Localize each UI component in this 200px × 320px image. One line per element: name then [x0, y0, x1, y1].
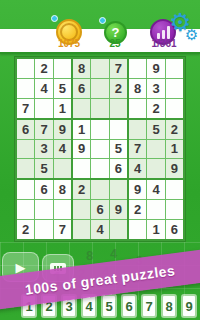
sudoku-cell-r7c6[interactable] — [110, 180, 127, 199]
sudoku-cell-r8c3[interactable] — [54, 200, 71, 219]
sudoku-cell-r2c4[interactable]: 6 — [73, 79, 90, 98]
sudoku-cell-r3c5[interactable] — [91, 99, 108, 118]
sudoku-cell-r2c9[interactable] — [166, 79, 183, 98]
sudoku-cell-r4c1[interactable]: 6 — [17, 120, 34, 139]
promo-faint-digit: 4 — [110, 246, 117, 261]
sudoku-cell-r4c3[interactable]: 9 — [54, 120, 71, 139]
sudoku-cell-r2c5[interactable] — [91, 79, 108, 98]
sudoku-cell-r4c7[interactable] — [129, 120, 146, 139]
hints-count: 25 — [95, 38, 135, 50]
sudoku-cell-r2c3[interactable]: 5 — [54, 79, 71, 98]
sudoku-block-4: 1956 — [73, 120, 127, 179]
numpad-key-8[interactable]: 8 — [161, 294, 177, 318]
sudoku-cell-r6c5[interactable] — [91, 159, 108, 178]
add-hints-badge — [99, 17, 106, 24]
sudoku-cell-r7c5[interactable] — [91, 180, 108, 199]
sudoku-cell-r4c5[interactable] — [91, 120, 108, 139]
sudoku-cell-r9c4[interactable] — [73, 220, 90, 239]
sudoku-block-7: 2694 — [73, 180, 127, 239]
sudoku-block-5: 527149 — [129, 120, 183, 179]
sudoku-cell-r8c6[interactable]: 9 — [110, 200, 127, 219]
sudoku-cell-r7c4[interactable]: 2 — [73, 180, 90, 199]
sudoku-cell-r8c4[interactable] — [73, 200, 90, 219]
sudoku-cell-r5c1[interactable] — [17, 140, 34, 159]
coins-count: 1075 — [45, 38, 93, 50]
sudoku-cell-r2c1[interactable] — [17, 79, 34, 98]
sudoku-cell-r6c6[interactable]: 6 — [110, 159, 127, 178]
puzzle-progress: 1/361 — [138, 38, 190, 50]
add-coins-badge — [51, 15, 58, 22]
sudoku-cell-r3c6[interactable] — [110, 99, 127, 118]
sudoku-cell-r1c6[interactable]: 7 — [110, 59, 127, 78]
sudoku-cell-r2c2[interactable]: 4 — [35, 79, 52, 98]
sudoku-cell-r1c7[interactable] — [129, 59, 146, 78]
sudoku-cell-r9c9[interactable]: 6 — [166, 220, 183, 239]
sudoku-cell-r4c4[interactable]: 1 — [73, 120, 90, 139]
sudoku-cell-r5c5[interactable] — [91, 140, 108, 159]
sudoku-cell-r5c6[interactable]: 5 — [110, 140, 127, 159]
sudoku-block-0: 24571 — [17, 59, 71, 118]
sudoku-cell-r4c6[interactable] — [110, 120, 127, 139]
sudoku-cell-r1c8[interactable]: 9 — [147, 59, 164, 78]
sudoku-cell-r9c2[interactable] — [35, 220, 52, 239]
sudoku-cell-r4c8[interactable]: 5 — [147, 120, 164, 139]
sudoku-cell-r8c7[interactable]: 2 — [129, 200, 146, 219]
numpad-key-7[interactable]: 7 — [141, 294, 157, 318]
sudoku-cell-r3c3[interactable]: 1 — [54, 99, 71, 118]
bar-chart-bars — [157, 26, 170, 39]
sudoku-cell-r8c2[interactable] — [35, 200, 52, 219]
sudoku-cell-r6c9[interactable]: 9 — [166, 159, 183, 178]
sudoku-cell-r7c3[interactable]: 8 — [54, 180, 71, 199]
sudoku-cell-r8c8[interactable] — [147, 200, 164, 219]
sudoku-block-6: 6827 — [17, 180, 71, 239]
sudoku-cell-r3c4[interactable] — [73, 99, 90, 118]
sudoku-cell-r6c4[interactable] — [73, 159, 90, 178]
sudoku-cell-r4c2[interactable]: 7 — [35, 120, 52, 139]
sudoku-cell-r1c5[interactable] — [91, 59, 108, 78]
sudoku-cell-r3c2[interactable] — [35, 99, 52, 118]
sudoku-cell-r3c8[interactable]: 2 — [147, 99, 164, 118]
sudoku-block-2: 9832 — [129, 59, 183, 118]
sudoku-cell-r7c8[interactable]: 4 — [147, 180, 164, 199]
sudoku-cell-r6c1[interactable] — [17, 159, 34, 178]
sudoku-cell-r9c5[interactable]: 4 — [91, 220, 108, 239]
sudoku-cell-r2c7[interactable]: 8 — [129, 79, 146, 98]
sudoku-block-1: 8762 — [73, 59, 127, 118]
sudoku-cell-r8c9[interactable] — [166, 200, 183, 219]
sudoku-cell-r5c9[interactable]: 1 — [166, 140, 183, 159]
promo-faint-digit: 8 — [86, 248, 93, 263]
sudoku-board: 2457187629832679345195652714968272694942… — [14, 56, 186, 242]
sudoku-cell-r4c9[interactable]: 2 — [166, 120, 183, 139]
sudoku-cell-r8c5[interactable]: 6 — [91, 200, 108, 219]
sudoku-cell-r9c6[interactable] — [110, 220, 127, 239]
sudoku-cell-r5c4[interactable]: 9 — [73, 140, 90, 159]
sudoku-cell-r2c8[interactable]: 3 — [147, 79, 164, 98]
sudoku-cell-r3c1[interactable]: 7 — [17, 99, 34, 118]
numpad-key-5[interactable]: 5 — [101, 294, 117, 318]
sudoku-cell-r1c1[interactable] — [17, 59, 34, 78]
sudoku-cell-r3c7[interactable] — [129, 99, 146, 118]
sudoku-cell-r1c2[interactable]: 2 — [35, 59, 52, 78]
sudoku-cell-r9c1[interactable]: 2 — [17, 220, 34, 239]
sudoku-cell-r7c9[interactable] — [166, 180, 183, 199]
sudoku-block-3: 679345 — [17, 120, 71, 179]
sudoku-cell-r5c3[interactable]: 4 — [54, 140, 71, 159]
sudoku-cell-r6c2[interactable]: 5 — [35, 159, 52, 178]
sudoku-cell-r9c3[interactable]: 7 — [54, 220, 71, 239]
sudoku-cell-r5c8[interactable] — [147, 140, 164, 159]
sudoku-cell-r5c2[interactable]: 3 — [35, 140, 52, 159]
sudoku-cell-r6c3[interactable] — [54, 159, 71, 178]
app-screen: 1075 ? 25 1/361 ⚙ ⚙ 24571876298326793451… — [0, 0, 200, 320]
sudoku-cell-r2c6[interactable]: 2 — [110, 79, 127, 98]
sudoku-cell-r7c7[interactable]: 9 — [129, 180, 146, 199]
sudoku-cell-r9c7[interactable] — [129, 220, 146, 239]
sudoku-block-8: 94216 — [129, 180, 183, 239]
sudoku-cell-r8c1[interactable] — [17, 200, 34, 219]
numpad-key-9[interactable]: 9 — [181, 294, 197, 318]
sudoku-cell-r5c7[interactable]: 7 — [129, 140, 146, 159]
sudoku-cell-r3c9[interactable] — [166, 99, 183, 118]
numpad-key-6[interactable]: 6 — [121, 294, 137, 318]
sudoku-cell-r7c2[interactable]: 6 — [35, 180, 52, 199]
sudoku-cell-r1c4[interactable]: 8 — [73, 59, 90, 78]
sudoku-cell-r6c7[interactable]: 4 — [129, 159, 146, 178]
sudoku-cell-r7c1[interactable] — [17, 180, 34, 199]
sudoku-cell-r1c3[interactable] — [54, 59, 71, 78]
sudoku-cell-r9c8[interactable]: 1 — [147, 220, 164, 239]
sudoku-cell-r1c9[interactable] — [166, 59, 183, 78]
sudoku-cell-r6c8[interactable] — [147, 159, 164, 178]
